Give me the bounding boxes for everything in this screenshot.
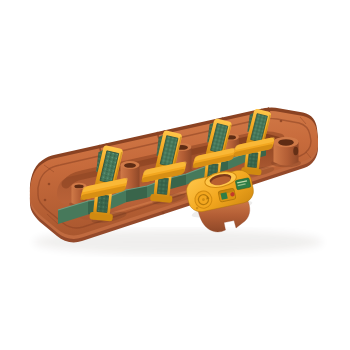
post-hole xyxy=(74,184,83,188)
lower-felt xyxy=(157,178,168,195)
product-photo xyxy=(0,0,350,350)
lower-felt xyxy=(248,152,258,168)
rim-hole xyxy=(44,199,47,202)
lower-felt xyxy=(97,195,109,213)
post-side-hole xyxy=(293,147,298,156)
post xyxy=(271,137,301,168)
post-hole xyxy=(278,139,294,146)
rim-hole xyxy=(280,120,283,123)
rim-hole xyxy=(162,212,165,215)
post-hole xyxy=(124,163,136,168)
rim-hole xyxy=(48,183,51,186)
